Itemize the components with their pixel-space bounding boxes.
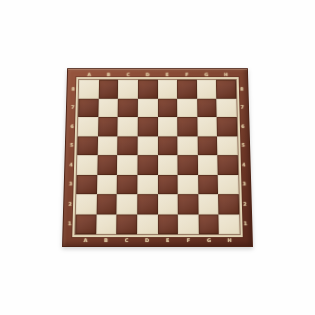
square-a3[interactable] [76,175,97,195]
square-h2[interactable] [218,194,239,214]
file-labels-top: ABCDEFGH [79,69,236,80]
chessboard: ABCDEFGH ABCDEFGH 87654321 87654321 [62,68,253,247]
square-a1[interactable] [75,214,96,234]
rank-label-1: 1 [63,214,75,234]
square-h7[interactable] [217,98,237,117]
rank-label-6: 6 [237,117,249,136]
rank-label-3: 3 [64,175,76,195]
file-label-f: F [178,234,199,246]
square-c7[interactable] [118,98,138,117]
square-h8[interactable] [216,80,236,98]
square-b5[interactable] [97,136,117,155]
rank-label-8: 8 [236,80,248,98]
file-label-h: H [219,234,240,246]
rank-label-2: 2 [64,194,76,214]
square-f6[interactable] [177,117,197,136]
square-b2[interactable] [96,194,117,214]
square-h3[interactable] [218,175,239,195]
rank-label-8: 8 [67,80,79,98]
square-f5[interactable] [177,136,197,155]
square-h5[interactable] [217,136,237,155]
square-d1[interactable] [137,214,158,234]
file-label-a: A [79,69,99,80]
square-e1[interactable] [158,214,179,234]
square-a2[interactable] [76,194,97,214]
square-c3[interactable] [117,175,137,195]
file-label-a: A [75,234,96,246]
square-f2[interactable] [178,194,199,214]
square-e7[interactable] [158,98,178,117]
square-d3[interactable] [137,175,157,195]
rank-label-6: 6 [66,117,78,136]
square-b6[interactable] [98,117,118,136]
rank-label-7: 7 [67,98,79,117]
square-c5[interactable] [117,136,137,155]
file-label-g: G [199,234,220,246]
square-g2[interactable] [198,194,219,214]
square-b1[interactable] [96,214,117,234]
square-a7[interactable] [78,98,98,117]
square-f1[interactable] [178,214,199,234]
square-e8[interactable] [158,80,178,98]
file-label-h: H [216,69,236,80]
square-c2[interactable] [117,194,138,214]
file-label-c: C [118,69,138,80]
square-e6[interactable] [158,117,178,136]
rank-label-4: 4 [238,155,250,174]
square-d2[interactable] [137,194,157,214]
file-label-d: D [138,69,158,80]
file-label-e: E [158,69,178,80]
square-f7[interactable] [177,98,197,117]
square-d7[interactable] [138,98,158,117]
square-f3[interactable] [178,175,198,195]
square-b3[interactable] [97,175,118,195]
square-b8[interactable] [98,80,118,98]
file-label-b: B [99,69,119,80]
file-label-g: G [197,69,217,80]
square-g5[interactable] [197,136,217,155]
square-f4[interactable] [178,155,198,174]
square-a8[interactable] [79,80,99,98]
board-squares-grid [75,80,239,234]
square-h1[interactable] [219,214,240,234]
square-b7[interactable] [98,98,118,117]
rank-label-2: 2 [239,194,251,214]
square-d6[interactable] [138,117,158,136]
square-g1[interactable] [198,214,219,234]
rank-label-5: 5 [237,136,249,155]
square-d4[interactable] [137,155,157,174]
square-e5[interactable] [158,136,178,155]
rank-label-5: 5 [66,136,78,155]
file-label-c: C [116,234,137,246]
file-labels-bottom: ABCDEFGH [75,234,240,246]
square-c4[interactable] [117,155,137,174]
square-h4[interactable] [218,155,239,174]
square-g4[interactable] [198,155,218,174]
file-label-d: D [137,234,158,246]
file-label-f: F [177,69,197,80]
square-g8[interactable] [197,80,217,98]
square-d5[interactable] [137,136,157,155]
square-c6[interactable] [118,117,138,136]
square-g6[interactable] [197,117,217,136]
rank-label-1: 1 [239,214,251,234]
rank-label-7: 7 [236,98,248,117]
file-label-e: E [158,234,179,246]
square-h6[interactable] [217,117,237,136]
square-d8[interactable] [138,80,158,98]
square-a5[interactable] [77,136,97,155]
square-a6[interactable] [78,117,98,136]
square-a4[interactable] [77,155,98,174]
square-e3[interactable] [158,175,178,195]
square-e2[interactable] [158,194,178,214]
square-g3[interactable] [198,175,219,195]
square-c8[interactable] [118,80,138,98]
rank-label-4: 4 [65,155,77,174]
square-e4[interactable] [158,155,178,174]
square-f8[interactable] [177,80,197,98]
square-c1[interactable] [116,214,137,234]
square-g7[interactable] [197,98,217,117]
square-b4[interactable] [97,155,117,174]
rank-label-3: 3 [238,175,250,195]
photo-background: ABCDEFGH ABCDEFGH 87654321 87654321 [0,0,315,315]
board-border-frame: ABCDEFGH ABCDEFGH 87654321 87654321 [62,68,253,247]
file-label-b: B [96,234,117,246]
